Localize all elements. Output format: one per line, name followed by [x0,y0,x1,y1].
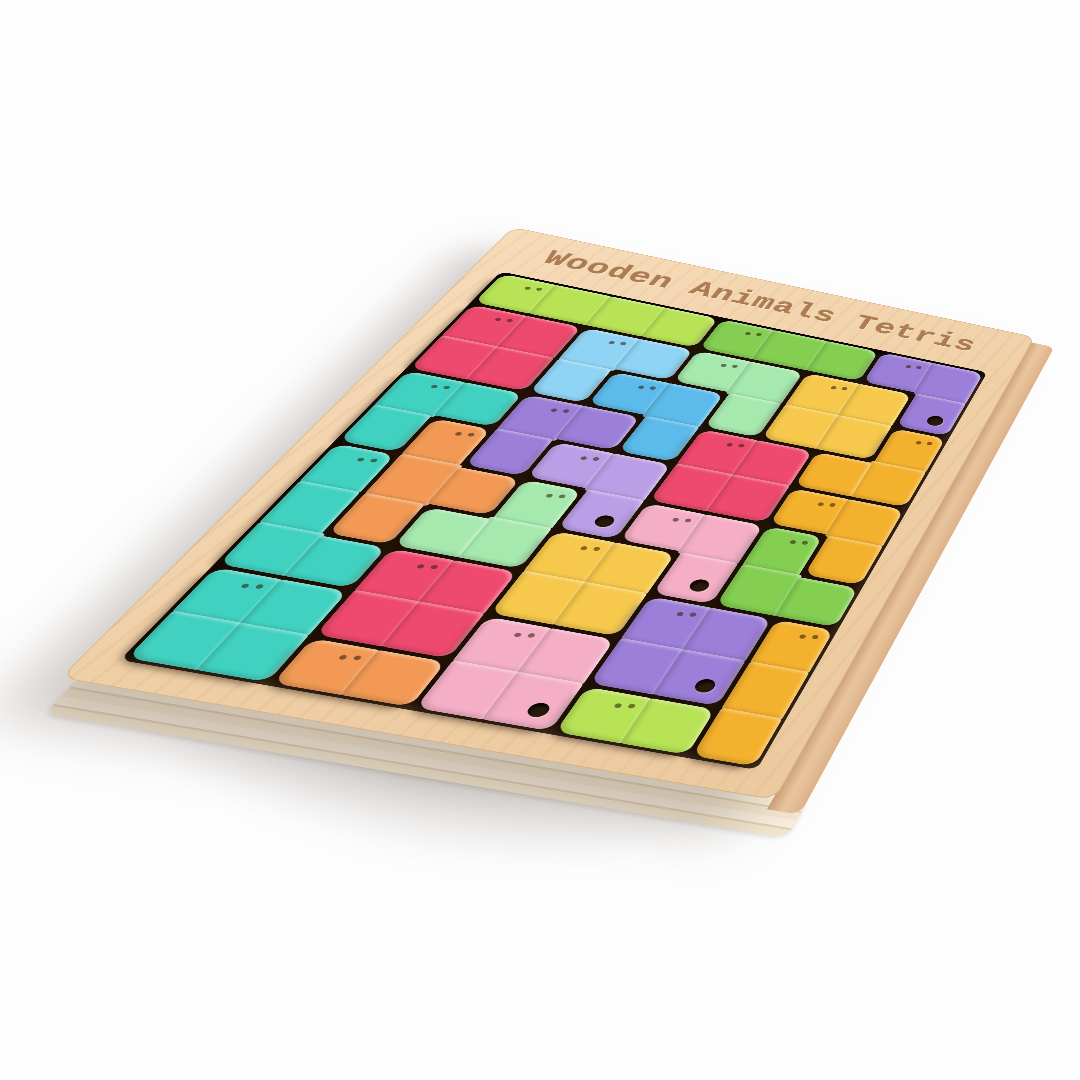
animal-eyes [627,703,636,709]
wooden-board: Wooden Animals Tetris [60,227,1035,800]
product-photo-scene: Wooden Animals Tetris [0,0,1080,1080]
